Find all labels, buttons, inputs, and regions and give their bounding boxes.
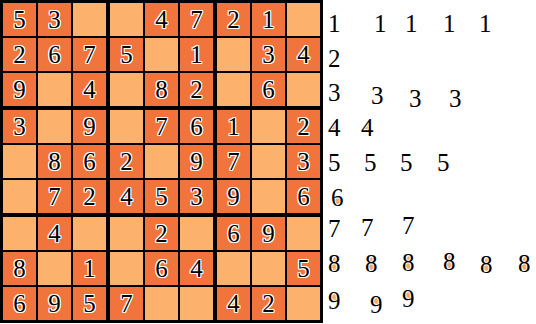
remaining-mark-8: 8: [480, 252, 496, 277]
remaining-mark-1: 1: [443, 11, 459, 36]
digit-glyph: 8: [328, 251, 341, 276]
digit-glyph: 7: [402, 213, 415, 238]
digit-hole-fill: [332, 294, 338, 301]
digit-glyph: 9: [370, 292, 383, 317]
remaining-mark-1: 1: [405, 11, 421, 36]
digit-hole-fill: [364, 124, 369, 130]
cell-r1c3[interactable]: [73, 3, 106, 36]
remaining-mark-1: 1: [374, 11, 390, 36]
remaining-mark-3: 3: [409, 86, 425, 111]
cell-r5c2[interactable]: 8: [38, 145, 71, 178]
cell-r4c1[interactable]: 3: [3, 110, 36, 143]
cell-r7c3[interactable]: [73, 217, 106, 250]
cell-r4c8[interactable]: [252, 110, 285, 143]
digit-glyph: 6: [331, 185, 344, 210]
cell-r9c6[interactable]: [180, 287, 213, 320]
cell-r4c9[interactable]: 2: [287, 110, 320, 143]
digit-glyph: 4: [328, 115, 341, 140]
cell-r6c3[interactable]: 2: [73, 180, 106, 213]
remaining-mark-3: 3: [328, 80, 344, 105]
cell-r3c9[interactable]: [287, 73, 320, 106]
cell-r8c6[interactable]: 4: [180, 252, 213, 285]
cell-r1c8[interactable]: 1: [252, 3, 285, 36]
cell-r8c9[interactable]: 5: [287, 252, 320, 285]
digit-glyph: 1: [374, 11, 387, 36]
cell-r5c1[interactable]: [3, 145, 36, 178]
remaining-mark-1: 1: [479, 11, 495, 36]
remaining-mark-5: 5: [364, 150, 380, 175]
remaining-mark-7: 7: [361, 215, 377, 240]
cell-r1c7[interactable]: 2: [217, 3, 250, 36]
cell-r5c7[interactable]: 7: [217, 145, 250, 178]
digit-glyph: 5: [364, 150, 377, 175]
remaining-mark-9: 9: [370, 292, 386, 317]
cell-r6c1[interactable]: [3, 180, 36, 213]
sudoku-board: 5347212675134948263976128629737245396426…: [0, 0, 323, 323]
remaining-mark-5: 5: [400, 150, 416, 175]
cell-r3c6[interactable]: 2: [180, 73, 213, 106]
digit-glyph: 3: [371, 83, 384, 108]
digit-hole-fill: [406, 262, 413, 269]
remaining-mark-8: 8: [365, 251, 381, 276]
digit-glyph: 8: [480, 252, 493, 277]
digit-hole-fill: [484, 264, 491, 271]
digit-glyph: 5: [400, 150, 413, 175]
cell-r2c5[interactable]: [145, 38, 178, 71]
cell-r9c3[interactable]: 5: [73, 287, 106, 320]
digit-glyph: 7: [361, 215, 374, 240]
digit-hole-fill: [370, 257, 376, 263]
digit-glyph: 9: [402, 286, 415, 311]
digit-glyph: 1: [479, 11, 492, 36]
digit-glyph: 8: [365, 251, 378, 276]
cell-r1c5[interactable]: 4: [145, 3, 178, 36]
digit-glyph: 3: [328, 80, 341, 105]
cell-r4c7[interactable]: 1: [217, 110, 250, 143]
cell-r5c8[interactable]: [252, 145, 285, 178]
cell-r8c4[interactable]: [110, 252, 143, 285]
cell-r3c1[interactable]: 9: [3, 73, 36, 106]
cell-r1c1[interactable]: 5: [3, 3, 36, 36]
cell-r5c3[interactable]: 6: [73, 145, 106, 178]
remaining-mark-8: 8: [402, 250, 418, 275]
remaining-mark-2: 2: [328, 46, 344, 71]
cell-r3c3[interactable]: 4: [73, 73, 106, 106]
remaining-mark-6: 6: [331, 185, 347, 210]
cell-r9c9[interactable]: [287, 287, 320, 320]
digit-glyph: 1: [405, 11, 418, 36]
cell-r8c1[interactable]: 8: [3, 252, 36, 285]
cell-r7c1[interactable]: [3, 217, 36, 250]
cell-r3c5[interactable]: 8: [145, 73, 178, 106]
cell-r2c1[interactable]: 2: [3, 38, 36, 71]
digit-hole-fill: [447, 261, 454, 268]
cell-r2c7[interactable]: [217, 38, 250, 71]
remaining-mark-3: 3: [371, 83, 387, 108]
cell-r5c9[interactable]: 3: [287, 145, 320, 178]
cell-r3c7[interactable]: [217, 73, 250, 106]
cell-r5c5[interactable]: [145, 145, 178, 178]
cell-r3c2[interactable]: [38, 73, 71, 106]
cell-r6c7[interactable]: 9: [217, 180, 250, 213]
cell-r8c5[interactable]: 6: [145, 252, 178, 285]
cell-r1c4[interactable]: [110, 3, 143, 36]
digit-glyph: 3: [409, 86, 422, 111]
cell-r2c3[interactable]: 7: [73, 38, 106, 71]
digit-glyph: 1: [328, 11, 341, 36]
digit-hole-fill: [369, 263, 376, 270]
cell-r9c2[interactable]: 9: [38, 287, 71, 320]
remaining-mark-9: 9: [328, 288, 344, 313]
cell-r2c6[interactable]: 1: [180, 38, 213, 71]
cell-r6c2[interactable]: 7: [38, 180, 71, 213]
cell-r2c8[interactable]: 3: [252, 38, 285, 71]
digit-glyph: 4: [361, 115, 374, 140]
cell-r3c8[interactable]: 6: [252, 73, 285, 106]
cell-r6c5[interactable]: 5: [145, 180, 178, 213]
cell-r7c5[interactable]: 2: [145, 217, 178, 250]
digit-glyph: 5: [328, 150, 341, 175]
digit-glyph: 3: [449, 86, 462, 111]
digit-hole-fill: [406, 292, 412, 299]
cell-r1c9[interactable]: [287, 3, 320, 36]
remaining-mark-7: 7: [402, 213, 418, 238]
digit-hole-fill: [335, 198, 341, 205]
sudoku-app: 5347212675134948263976128629737245396426…: [0, 0, 536, 324]
cell-r8c8[interactable]: [252, 252, 285, 285]
digit-glyph: 5: [437, 150, 450, 175]
cell-r2c9[interactable]: 4: [287, 38, 320, 71]
cell-r2c4[interactable]: 5: [110, 38, 143, 71]
cell-r7c4[interactable]: [110, 217, 143, 250]
digit-hole-fill: [407, 256, 413, 262]
cell-r9c7[interactable]: 4: [217, 287, 250, 320]
cell-r7c8[interactable]: 9: [252, 217, 285, 250]
digit-glyph: 8: [443, 249, 456, 274]
digit-hole-fill: [333, 257, 339, 263]
cell-r5c6[interactable]: 9: [180, 145, 213, 178]
remaining-mark-4: 4: [361, 115, 377, 140]
digit-hole-fill: [374, 298, 380, 305]
cell-r3c4[interactable]: [110, 73, 143, 106]
digit-hole-fill: [331, 124, 336, 130]
digit-hole-fill: [448, 255, 454, 261]
cell-r4c3[interactable]: 9: [73, 110, 106, 143]
digit-hole-fill: [485, 258, 491, 264]
remaining-mark-7: 7: [328, 216, 344, 241]
cell-r1c6[interactable]: 7: [180, 3, 213, 36]
cell-r7c7[interactable]: 6: [217, 217, 250, 250]
digit-hole-fill: [522, 263, 529, 270]
remaining-mark-9: 9: [402, 286, 418, 311]
digit-glyph: 7: [328, 216, 341, 241]
cell-r9c1[interactable]: 6: [3, 287, 36, 320]
remaining-mark-8: 8: [328, 251, 344, 276]
cell-r7c2[interactable]: 4: [38, 217, 71, 250]
cell-r5c4[interactable]: 2: [110, 145, 143, 178]
cell-r1c2[interactable]: 3: [38, 3, 71, 36]
remaining-mark-5: 5: [328, 150, 344, 175]
cell-r8c7[interactable]: [217, 252, 250, 285]
remaining-mark-5: 5: [437, 150, 453, 175]
cell-r8c2[interactable]: [38, 252, 71, 285]
digit-hole-fill: [523, 257, 529, 263]
remaining-mark-1: 1: [328, 11, 344, 36]
cell-r9c5[interactable]: [145, 287, 178, 320]
cell-r8c3[interactable]: 1: [73, 252, 106, 285]
digit-glyph: 8: [402, 250, 415, 275]
remaining-mark-8: 8: [518, 251, 534, 276]
digit-hole-fill: [332, 263, 339, 270]
digit-glyph: 8: [518, 251, 531, 276]
cell-r4c4[interactable]: [110, 110, 143, 143]
remaining-mark-8: 8: [443, 249, 459, 274]
cell-r4c2[interactable]: [38, 110, 71, 143]
cell-r4c5[interactable]: 7: [145, 110, 178, 143]
cell-r9c8[interactable]: 2: [252, 287, 285, 320]
cell-r6c6[interactable]: 3: [180, 180, 213, 213]
cell-r4c6[interactable]: 6: [180, 110, 213, 143]
remaining-mark-4: 4: [328, 115, 344, 140]
cell-r7c9[interactable]: [287, 217, 320, 250]
cell-r9c4[interactable]: 7: [110, 287, 143, 320]
cell-r7c6[interactable]: [180, 217, 213, 250]
digit-glyph: 1: [443, 11, 456, 36]
cell-r6c8[interactable]: [252, 180, 285, 213]
digit-glyph: 9: [328, 288, 341, 313]
cell-r2c2[interactable]: 6: [38, 38, 71, 71]
digit-glyph: 2: [328, 46, 341, 71]
cell-r6c4[interactable]: 4: [110, 180, 143, 213]
cell-r6c9[interactable]: 6: [287, 180, 320, 213]
remaining-mark-3: 3: [449, 86, 465, 111]
